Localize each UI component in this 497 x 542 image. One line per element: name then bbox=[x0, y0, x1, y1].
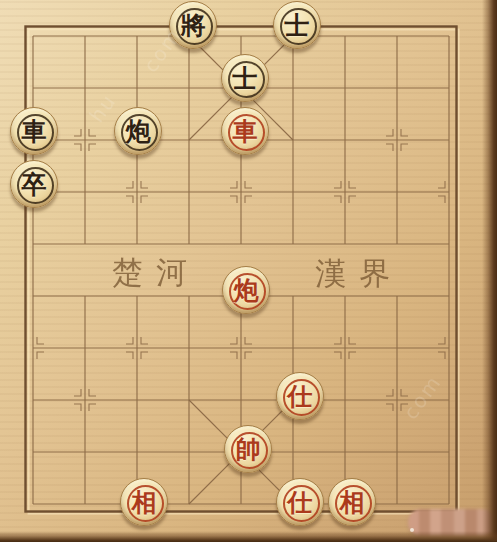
piece-character: 炮 bbox=[126, 119, 151, 144]
river-label-right: 漢界 bbox=[315, 256, 403, 291]
piece-character: 炮 bbox=[234, 278, 259, 303]
river-label-left: 楚河 bbox=[112, 255, 200, 290]
board-side-edge bbox=[482, 0, 497, 542]
piece-black-general[interactable]: 將 bbox=[169, 1, 217, 49]
piece-black-soldier[interactable]: 卒 bbox=[10, 160, 58, 208]
piece-black-cannon[interactable]: 炮 bbox=[114, 107, 162, 155]
piece-character: 車 bbox=[22, 119, 47, 144]
piece-character: 卒 bbox=[22, 172, 47, 197]
piece-red-elephant-2[interactable]: 相 bbox=[328, 478, 376, 526]
piece-character: 將 bbox=[181, 13, 206, 38]
xiangqi-game-screen: 楚河 漢界 將士士車炮車卒炮仕帥相仕相 com hu com bbox=[0, 0, 497, 542]
piece-black-advisor-2[interactable]: 士 bbox=[221, 54, 269, 102]
piece-character: 帥 bbox=[236, 437, 261, 462]
piece-character: 相 bbox=[132, 490, 157, 515]
piece-red-chariot[interactable]: 車 bbox=[221, 107, 269, 155]
piece-red-advisor-1[interactable]: 仕 bbox=[276, 372, 324, 420]
piece-character: 車 bbox=[233, 119, 258, 144]
piece-character: 士 bbox=[233, 66, 258, 91]
board-bottom-edge bbox=[0, 531, 497, 542]
piece-black-chariot[interactable]: 車 bbox=[10, 107, 58, 155]
piece-red-advisor-2[interactable]: 仕 bbox=[276, 478, 324, 526]
piece-red-cannon[interactable]: 炮 bbox=[222, 266, 270, 314]
piece-character: 仕 bbox=[288, 490, 313, 515]
piece-black-advisor-1[interactable]: 士 bbox=[273, 1, 321, 49]
piece-red-elephant-1[interactable]: 相 bbox=[120, 478, 168, 526]
piece-red-general[interactable]: 帥 bbox=[224, 425, 272, 473]
piece-character: 相 bbox=[340, 490, 365, 515]
piece-character: 仕 bbox=[288, 384, 313, 409]
piece-character: 士 bbox=[285, 13, 310, 38]
